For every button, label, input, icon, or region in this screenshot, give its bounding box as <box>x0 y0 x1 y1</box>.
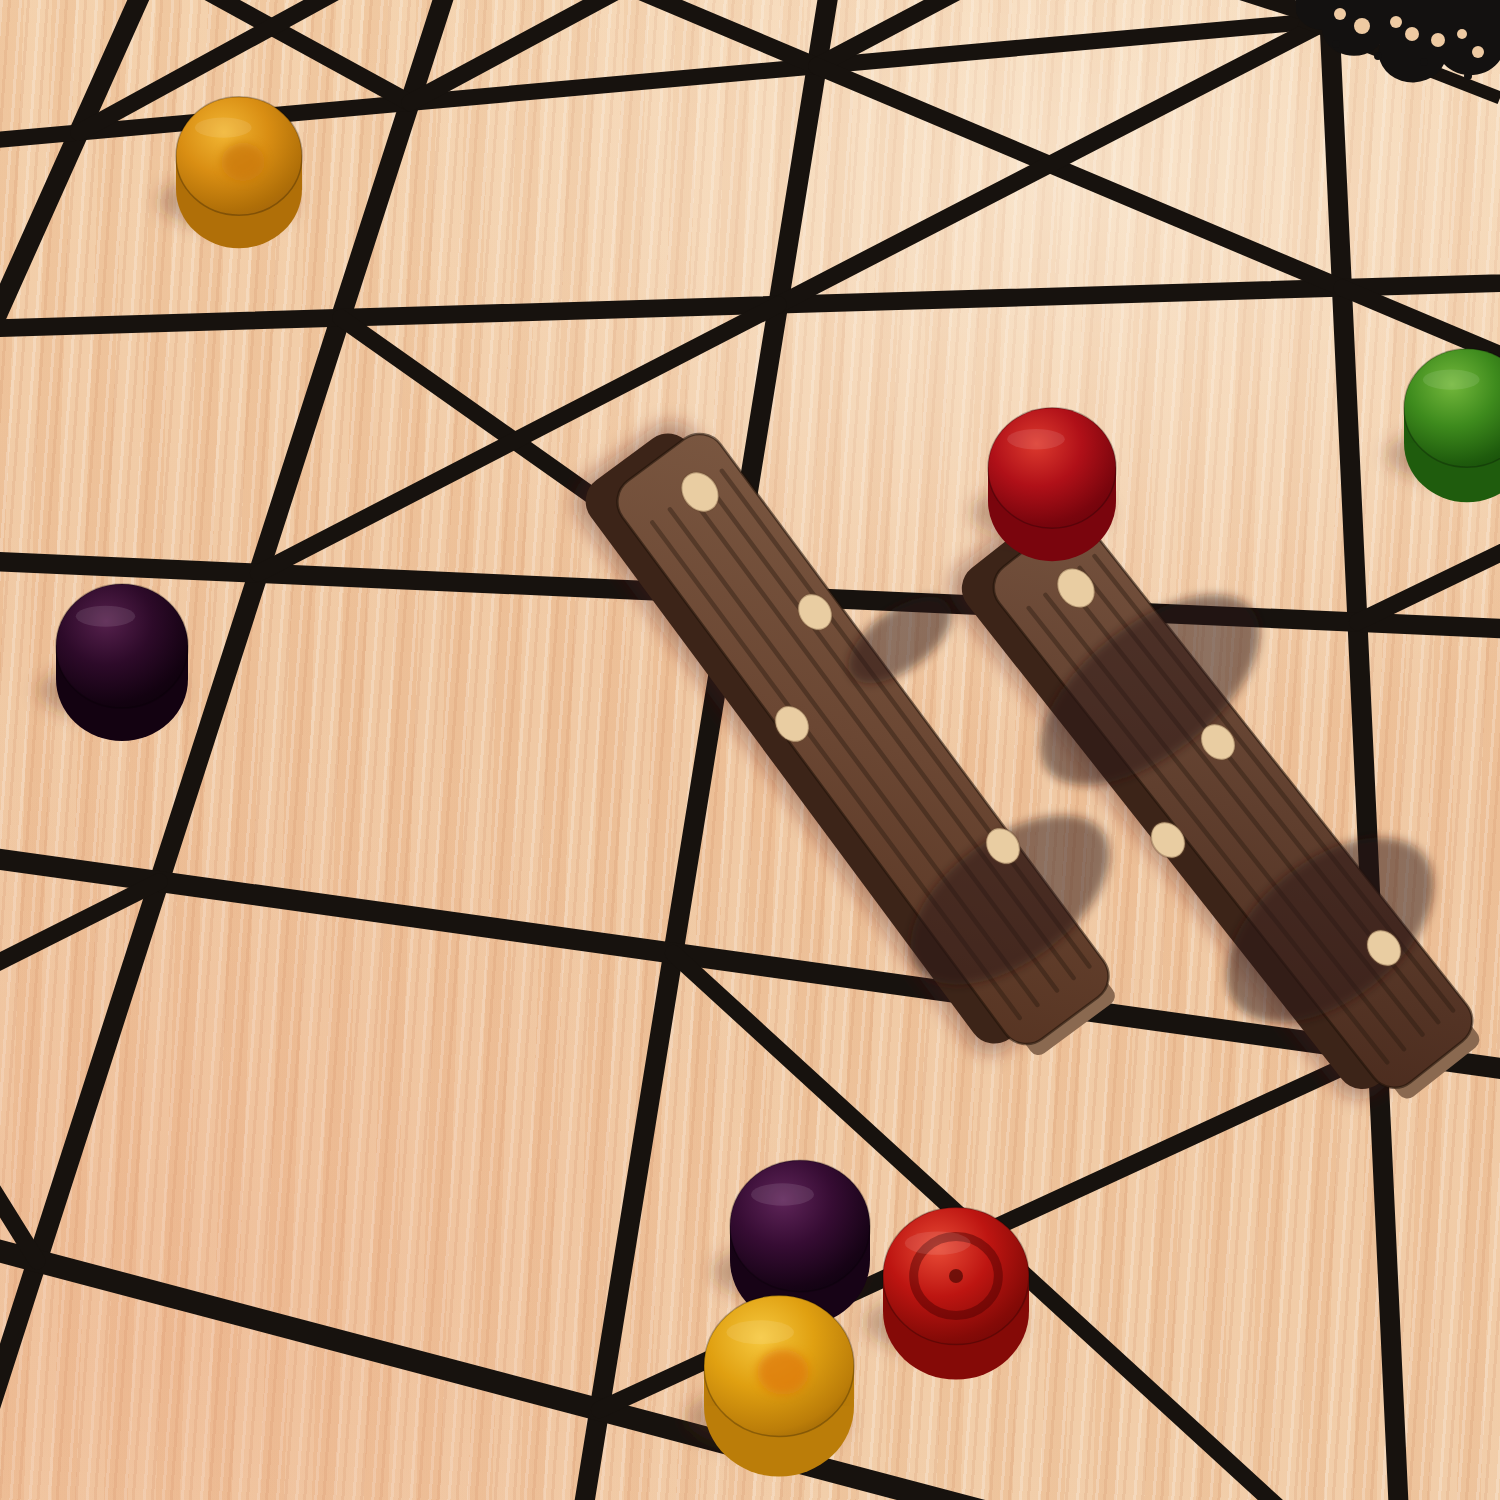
piece-gloss-highlight <box>727 1320 795 1344</box>
piece-gloss-highlight <box>1423 370 1480 390</box>
piece-red-bottom[interactable] <box>865 1207 1029 1379</box>
piece-gloss-highlight <box>76 606 135 627</box>
piece-gloss-highlight <box>1007 429 1065 449</box>
grid-line-col-5 <box>1309 0 1445 1500</box>
piece-gloss-highlight <box>751 1183 814 1205</box>
piece-center-dot <box>949 1269 963 1283</box>
filigree-hole <box>1390 16 1402 28</box>
filigree-dot <box>1420 58 1428 66</box>
piece-gloss-highlight <box>195 118 252 138</box>
piece-green-right[interactable] <box>1387 349 1500 502</box>
filigree-hole <box>1354 18 1370 34</box>
piece-core-tint <box>222 143 265 181</box>
board-grid-svg <box>0 0 1500 1500</box>
filigree-hole <box>1334 8 1346 20</box>
board-photo <box>0 0 1500 1500</box>
filigree-hole <box>1457 29 1467 39</box>
piece-red-upper[interactable] <box>971 408 1116 561</box>
filigree-hole <box>1431 33 1445 47</box>
filigree-dot <box>1464 72 1472 80</box>
cross-diagonal <box>817 66 1342 288</box>
cross-diagonal <box>469 0 817 66</box>
piece-top <box>56 584 188 708</box>
crossed-square-2-5 <box>0 827 159 1261</box>
piece-top <box>730 1160 870 1292</box>
filigree-hole <box>1405 27 1419 41</box>
piece-purple-left[interactable] <box>39 584 188 741</box>
filigree-dot <box>1374 52 1382 60</box>
cross-diagonal <box>0 827 37 1261</box>
piece-core-tint <box>758 1350 809 1395</box>
piece-top <box>988 408 1116 528</box>
piece-gloss-highlight <box>905 1231 971 1254</box>
filigree-hole <box>1472 46 1484 58</box>
filigree-dot <box>1332 40 1340 48</box>
